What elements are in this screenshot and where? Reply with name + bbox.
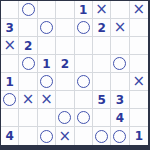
cell-r6c3[interactable] [56,109,74,127]
puzzle-board-frame: 1××32××2121×××5344×1 [0,0,150,150]
cell-r6c7[interactable] [130,109,148,127]
cell-r3c3: 2 [56,55,74,73]
cell-r0c3[interactable] [56,1,74,19]
circle-mark [40,130,53,143]
cell-r6c0[interactable] [1,109,19,127]
cell-r1c3[interactable] [56,19,74,37]
cell-r7c0: 4 [1,127,19,145]
cell-r5c5: 5 [93,91,111,109]
cell-r4c3[interactable] [56,73,74,91]
cell-r0c5[interactable]: × [93,1,111,19]
cell-r6c4[interactable] [75,109,93,127]
clue-number: 3 [6,22,14,34]
cell-r5c3[interactable] [56,91,74,109]
cell-r0c1[interactable] [19,1,37,19]
circle-mark [77,111,90,124]
puzzle-grid: 1××32××2121×××5344×1 [1,1,148,145]
clue-number: 1 [6,76,14,88]
cell-r2c2[interactable] [38,37,56,55]
cell-r4c6[interactable] [111,73,129,91]
cell-r2c3[interactable] [56,37,74,55]
cell-r2c6[interactable] [111,37,129,55]
cell-r4c4[interactable] [75,73,93,91]
circle-mark [40,75,53,88]
cross-mark: × [3,38,16,53]
cell-r3c7[interactable] [130,55,148,73]
cell-r6c1[interactable] [19,109,37,127]
cell-r5c0[interactable] [1,91,19,109]
clue-number: 2 [97,22,105,34]
clue-number: 4 [6,130,14,142]
clue-number: 1 [135,130,143,142]
cell-r2c0[interactable]: × [1,37,19,55]
cell-r1c4[interactable] [75,19,93,37]
cell-r3c2: 1 [38,55,56,73]
cell-r2c1: 2 [19,37,37,55]
cell-r0c2[interactable] [38,1,56,19]
cell-r5c2[interactable]: × [38,91,56,109]
cell-r7c2[interactable] [38,127,56,145]
circle-mark [113,57,126,70]
clue-number: 2 [61,58,69,70]
cell-r0c0[interactable] [1,1,19,19]
cross-mark: × [133,2,146,17]
cell-r1c7[interactable] [130,19,148,37]
circle-mark [22,57,35,70]
circle-mark [77,21,90,34]
circle-mark [95,130,108,143]
cell-r2c5[interactable] [93,37,111,55]
clue-number: 5 [97,94,105,106]
circle-mark [77,75,90,88]
cross-mark: × [59,128,72,143]
cell-r3c5[interactable] [93,55,111,73]
cell-r3c6[interactable] [111,55,129,73]
cell-r0c6[interactable] [111,1,129,19]
circle-mark [22,3,35,16]
cell-r1c0: 3 [1,19,19,37]
cell-r6c6: 4 [111,109,129,127]
cross-mark: × [133,74,146,89]
cell-r3c0[interactable] [1,55,19,73]
cell-r6c5[interactable] [93,109,111,127]
cross-mark: × [95,2,108,17]
cell-r1c6[interactable]: × [111,19,129,37]
cell-r7c5[interactable] [93,127,111,145]
cell-r1c1[interactable] [19,19,37,37]
cell-r4c0: 1 [1,73,19,91]
clue-number: 3 [116,94,124,106]
cell-r5c1[interactable]: × [19,91,37,109]
cell-r7c7: 1 [130,127,148,145]
cell-r1c2[interactable] [38,19,56,37]
cell-r0c4: 1 [75,1,93,19]
clue-number: 4 [116,112,124,124]
cell-r2c7[interactable] [130,37,148,55]
cell-r2c4[interactable] [75,37,93,55]
cell-r5c7[interactable] [130,91,148,109]
circle-mark [113,130,126,143]
cell-r7c3[interactable]: × [56,127,74,145]
circle-mark [58,111,71,124]
cell-r7c1[interactable] [19,127,37,145]
cell-r4c2[interactable] [38,73,56,91]
clue-number: 1 [79,4,87,16]
cross-mark: × [40,92,53,107]
clue-number: 2 [24,40,32,52]
cell-r5c6: 3 [111,91,129,109]
clue-number: 1 [42,58,50,70]
cell-r1c5: 2 [93,19,111,37]
cell-r7c6[interactable] [111,127,129,145]
cell-r4c5[interactable] [93,73,111,91]
cell-r7c4[interactable] [75,127,93,145]
cell-r3c4[interactable] [75,55,93,73]
cell-r4c7[interactable]: × [130,73,148,91]
circle-mark [3,93,16,106]
cross-mark: × [114,20,127,35]
cell-r5c4[interactable] [75,91,93,109]
cell-r6c2[interactable] [38,109,56,127]
cross-mark: × [22,92,35,107]
cell-r3c1[interactable] [19,55,37,73]
circle-mark [40,21,53,34]
cell-r0c7[interactable]: × [130,1,148,19]
cell-r4c1[interactable] [19,73,37,91]
